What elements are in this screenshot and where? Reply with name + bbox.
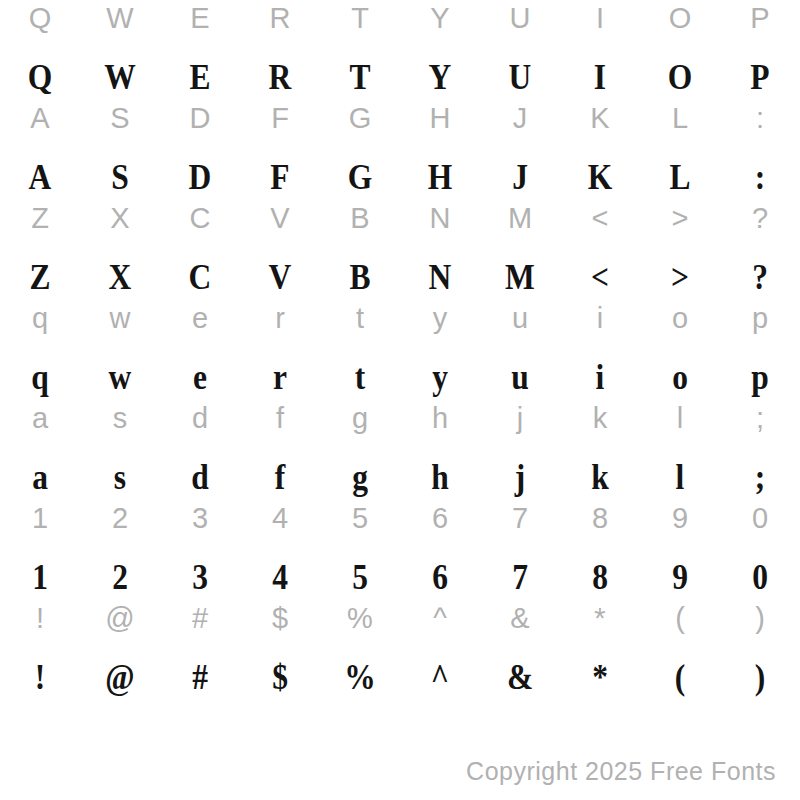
glyph-char: w (84, 345, 156, 409)
glyph-char: # (164, 645, 236, 709)
glyph-char-row: ASDFGHJKL: (0, 145, 800, 209)
glyph-char: * (564, 645, 636, 709)
glyph-char: l (644, 445, 716, 509)
reference-char: R (240, 0, 320, 36)
glyph-char: L (644, 145, 716, 209)
reference-char: P (720, 0, 800, 36)
char-row-pair: ZXCVBNM<>?ZXCVBNM<>? (0, 200, 800, 300)
glyph-char: A (4, 145, 76, 209)
glyph-char: T (324, 45, 396, 109)
reference-char-row: QWERTYUIOP (0, 0, 800, 36)
glyph-char: 8 (564, 545, 636, 609)
glyph-char: D (164, 145, 236, 209)
char-row-pair: 12345678901234567890 (0, 500, 800, 600)
glyph-char: R (244, 45, 316, 109)
glyph-char: W (84, 45, 156, 109)
glyph-char: @ (84, 645, 156, 709)
reference-char: I (560, 0, 640, 36)
glyph-char-row: 1234567890 (0, 545, 800, 609)
glyph-char-row: !@#$%^&*() (0, 645, 800, 709)
glyph-char: M (484, 245, 556, 309)
glyph-char: > (644, 245, 716, 309)
glyph-char: 9 (644, 545, 716, 609)
glyph-char: N (404, 245, 476, 309)
glyph-char: B (324, 245, 396, 309)
glyph-char: j (484, 445, 556, 509)
glyph-char: 1 (4, 545, 76, 609)
char-row-pair: QWERTYUIOPQWERTYUIOP (0, 0, 800, 100)
glyph-char: f (244, 445, 316, 509)
reference-char: U (480, 0, 560, 36)
glyph-char: I (564, 45, 636, 109)
glyph-char: Z (4, 245, 76, 309)
glyph-char: 5 (324, 545, 396, 609)
glyph-char: ( (644, 645, 716, 709)
glyph-char: C (164, 245, 236, 309)
glyph-char: O (644, 45, 716, 109)
glyph-char: 4 (244, 545, 316, 609)
glyph-char: d (164, 445, 236, 509)
glyph-char: ; (724, 445, 796, 509)
glyph-char: a (4, 445, 76, 509)
glyph-char: ) (724, 645, 796, 709)
glyph-char: Y (404, 45, 476, 109)
glyph-char: k (564, 445, 636, 509)
glyph-char-row: QWERTYUIOP (0, 45, 800, 109)
char-row-pair: qwertyuiopqwertyuiop (0, 300, 800, 400)
glyph-char: g (324, 445, 396, 509)
glyph-char: E (164, 45, 236, 109)
glyph-char: K (564, 145, 636, 209)
glyph-char: J (484, 145, 556, 209)
reference-char: T (320, 0, 400, 36)
glyph-char: : (724, 145, 796, 209)
char-row-pair: ASDFGHJKL:ASDFGHJKL: (0, 100, 800, 200)
glyph-char: h (404, 445, 476, 509)
glyph-char: u (484, 345, 556, 409)
glyph-char: e (164, 345, 236, 409)
glyph-char: U (484, 45, 556, 109)
glyph-char: ? (724, 245, 796, 309)
glyph-char: o (644, 345, 716, 409)
glyph-char: F (244, 145, 316, 209)
char-row-pair: asdfghjkl;asdfghjkl; (0, 400, 800, 500)
glyph-char: 3 (164, 545, 236, 609)
glyph-char-row: qwertyuiop (0, 345, 800, 409)
glyph-char: < (564, 245, 636, 309)
glyph-char: P (724, 45, 796, 109)
glyph-char: y (404, 345, 476, 409)
glyph-char: 2 (84, 545, 156, 609)
glyph-char: 6 (404, 545, 476, 609)
glyph-char: Q (4, 45, 76, 109)
copyright-text: Copyright 2025 Free Fonts (466, 759, 776, 784)
reference-char: O (640, 0, 720, 36)
character-grid: QWERTYUIOPQWERTYUIOPASDFGHJKL:ASDFGHJKL:… (0, 0, 800, 700)
glyph-char-row: ZXCVBNM<>? (0, 245, 800, 309)
glyph-char: ^ (404, 645, 476, 709)
glyph-char: q (4, 345, 76, 409)
glyph-char: s (84, 445, 156, 509)
glyph-char: G (324, 145, 396, 209)
glyph-char: p (724, 345, 796, 409)
glyph-char: 0 (724, 545, 796, 609)
glyph-char: i (564, 345, 636, 409)
glyph-char: $ (244, 645, 316, 709)
char-row-pair: !@#$%^&*()!@#$%^&*() (0, 600, 800, 700)
reference-char: Y (400, 0, 480, 36)
glyph-char: & (484, 645, 556, 709)
glyph-char: ! (4, 645, 76, 709)
glyph-char: H (404, 145, 476, 209)
reference-char: Q (0, 0, 80, 36)
glyph-char-row: asdfghjkl; (0, 445, 800, 509)
reference-char: E (160, 0, 240, 36)
glyph-char: r (244, 345, 316, 409)
glyph-char: % (324, 645, 396, 709)
glyph-char: V (244, 245, 316, 309)
reference-char: W (80, 0, 160, 36)
glyph-char: 7 (484, 545, 556, 609)
glyph-char: S (84, 145, 156, 209)
glyph-char: t (324, 345, 396, 409)
glyph-char: X (84, 245, 156, 309)
